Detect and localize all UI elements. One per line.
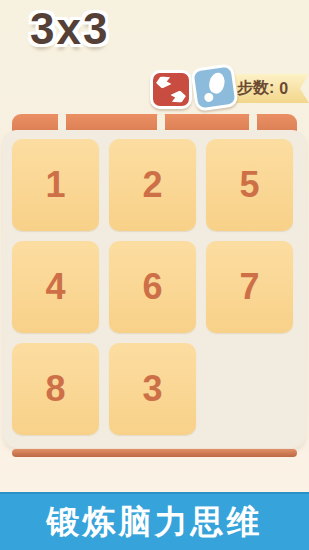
puzzle-board: 1 2 5 4 6 7 8 3 bbox=[12, 139, 293, 435]
board-panel: 1 2 5 4 6 7 8 3 bbox=[3, 130, 306, 448]
shuffle-icon bbox=[155, 75, 172, 90]
steps-button[interactable] bbox=[190, 63, 239, 112]
game-screen: 3x3 步数: 0 1 2 5 4 6 7 8 3 锻炼脑力思维 bbox=[0, 0, 309, 550]
footer-slogan: 锻炼脑力思维 bbox=[47, 500, 263, 545]
steps-value: 0 bbox=[279, 80, 288, 98]
board-bottom-edge bbox=[12, 449, 297, 457]
tile-1[interactable]: 1 bbox=[12, 139, 99, 231]
tile-2[interactable]: 2 bbox=[109, 139, 196, 231]
page-title: 3x3 bbox=[30, 4, 109, 54]
steps-label: 步数: bbox=[237, 78, 274, 99]
tile-8[interactable]: 8 bbox=[12, 343, 99, 435]
footsteps-icon bbox=[207, 71, 226, 95]
empty-cell bbox=[206, 343, 293, 435]
tile-7[interactable]: 7 bbox=[206, 241, 293, 333]
footsteps-icon bbox=[204, 92, 214, 102]
shuffle-button[interactable] bbox=[150, 70, 192, 109]
tile-3[interactable]: 3 bbox=[109, 343, 196, 435]
tile-5[interactable]: 5 bbox=[206, 139, 293, 231]
shuffle-icon bbox=[170, 90, 187, 105]
tile-4[interactable]: 4 bbox=[12, 241, 99, 333]
footer-banner: 锻炼脑力思维 bbox=[0, 492, 309, 550]
tile-6[interactable]: 6 bbox=[109, 241, 196, 333]
